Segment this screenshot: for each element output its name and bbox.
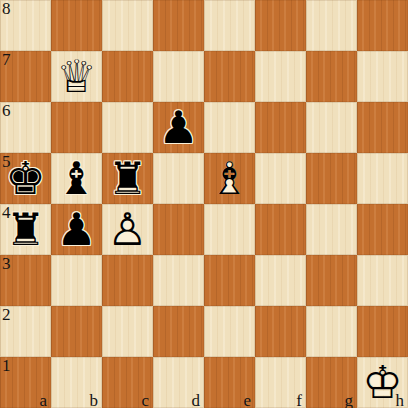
square-e5[interactable]: ♝♗ <box>204 153 255 204</box>
file-label-e: e <box>243 392 251 408</box>
square-a3[interactable]: 3 <box>0 255 51 306</box>
square-f6[interactable] <box>255 102 306 153</box>
square-g3[interactable] <box>306 255 357 306</box>
square-c5[interactable]: ♜ <box>102 153 153 204</box>
square-h2[interactable] <box>357 306 408 357</box>
square-g7[interactable] <box>306 51 357 102</box>
square-b5[interactable]: ♝ <box>51 153 102 204</box>
square-f3[interactable] <box>255 255 306 306</box>
square-e2[interactable] <box>204 306 255 357</box>
rank-label-6: 6 <box>2 102 11 120</box>
square-h5[interactable] <box>357 153 408 204</box>
white-queen-b7: ♛♕ <box>51 51 102 102</box>
square-f5[interactable] <box>255 153 306 204</box>
square-a5[interactable]: 5♚ <box>0 153 51 204</box>
white-pawn-c4: ♟♙ <box>102 204 153 255</box>
square-a8[interactable]: 8 <box>0 0 51 51</box>
file-label-c: c <box>141 392 149 408</box>
black-pawn-d6: ♟ <box>153 102 204 153</box>
square-a1[interactable]: 1a <box>0 357 51 408</box>
square-c6[interactable] <box>102 102 153 153</box>
square-b8[interactable] <box>51 0 102 51</box>
file-label-b: b <box>90 392 99 408</box>
square-e8[interactable] <box>204 0 255 51</box>
square-b4[interactable]: ♟ <box>51 204 102 255</box>
rank-label-1: 1 <box>2 357 11 375</box>
square-f1[interactable]: f <box>255 357 306 408</box>
square-a4[interactable]: 4♜ <box>0 204 51 255</box>
file-label-f: f <box>296 392 302 408</box>
square-d6[interactable]: ♟ <box>153 102 204 153</box>
square-h4[interactable] <box>357 204 408 255</box>
square-h3[interactable] <box>357 255 408 306</box>
black-king-a5: ♚ <box>0 153 51 204</box>
black-rook-c5: ♜ <box>102 153 153 204</box>
square-d5[interactable] <box>153 153 204 204</box>
square-b1[interactable]: b <box>51 357 102 408</box>
square-d4[interactable] <box>153 204 204 255</box>
rank-label-7: 7 <box>2 51 11 69</box>
black-bishop-b5: ♝ <box>51 153 102 204</box>
black-pawn-b4: ♟ <box>51 204 102 255</box>
square-f8[interactable] <box>255 0 306 51</box>
square-g6[interactable] <box>306 102 357 153</box>
square-f4[interactable] <box>255 204 306 255</box>
square-h6[interactable] <box>357 102 408 153</box>
square-f2[interactable] <box>255 306 306 357</box>
square-a7[interactable]: 7 <box>0 51 51 102</box>
file-label-d: d <box>192 392 201 408</box>
square-g8[interactable] <box>306 0 357 51</box>
square-g5[interactable] <box>306 153 357 204</box>
square-e3[interactable] <box>204 255 255 306</box>
square-e4[interactable] <box>204 204 255 255</box>
square-b2[interactable] <box>51 306 102 357</box>
file-label-g: g <box>345 392 354 408</box>
square-d2[interactable] <box>153 306 204 357</box>
square-a2[interactable]: 2 <box>0 306 51 357</box>
rank-label-2: 2 <box>2 306 11 324</box>
square-a6[interactable]: 6 <box>0 102 51 153</box>
square-d8[interactable] <box>153 0 204 51</box>
white-bishop-e5: ♝♗ <box>204 153 255 204</box>
square-g2[interactable] <box>306 306 357 357</box>
square-c4[interactable]: ♟♙ <box>102 204 153 255</box>
square-h8[interactable] <box>357 0 408 51</box>
square-b3[interactable] <box>51 255 102 306</box>
square-d3[interactable] <box>153 255 204 306</box>
square-e1[interactable]: e <box>204 357 255 408</box>
square-b6[interactable] <box>51 102 102 153</box>
square-h1[interactable]: h♚♔ <box>357 357 408 408</box>
square-d7[interactable] <box>153 51 204 102</box>
square-g4[interactable] <box>306 204 357 255</box>
black-rook-a4: ♜ <box>0 204 51 255</box>
square-c7[interactable] <box>102 51 153 102</box>
square-b7[interactable]: ♛♕ <box>51 51 102 102</box>
square-f7[interactable] <box>255 51 306 102</box>
square-c1[interactable]: c <box>102 357 153 408</box>
chess-board: 87♛♕6♟5♚♝♜♝♗4♜♟♟♙321abcdefgh♚♔ <box>0 0 408 408</box>
rank-label-8: 8 <box>2 0 11 18</box>
square-h7[interactable] <box>357 51 408 102</box>
rank-label-3: 3 <box>2 255 11 273</box>
square-d1[interactable]: d <box>153 357 204 408</box>
square-g1[interactable]: g <box>306 357 357 408</box>
square-e6[interactable] <box>204 102 255 153</box>
file-label-a: a <box>39 392 47 408</box>
square-c3[interactable] <box>102 255 153 306</box>
square-c2[interactable] <box>102 306 153 357</box>
square-e7[interactable] <box>204 51 255 102</box>
square-c8[interactable] <box>102 0 153 51</box>
white-king-h1: ♚♔ <box>357 357 408 408</box>
